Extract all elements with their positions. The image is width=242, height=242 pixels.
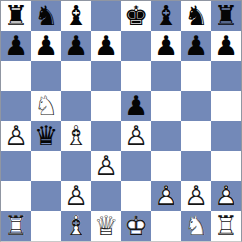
- square-c5[interactable]: [61, 91, 91, 121]
- square-g8[interactable]: ♞: [181, 1, 211, 31]
- square-a4[interactable]: ♟♙: [1, 121, 31, 151]
- square-c8[interactable]: ♝: [61, 1, 91, 31]
- square-f1[interactable]: [151, 211, 181, 241]
- square-f5[interactable]: [151, 91, 181, 121]
- square-c6[interactable]: [61, 61, 91, 91]
- white-piece-outline-glyph: ♙: [121, 121, 151, 151]
- white-piece-outline-glyph: ♗: [61, 121, 91, 151]
- square-a5[interactable]: [1, 91, 31, 121]
- piece-white-pawn-d3[interactable]: ♟♙: [91, 151, 121, 181]
- black-piece-glyph: ♟: [1, 31, 31, 61]
- square-g2[interactable]: ♟♙: [181, 181, 211, 211]
- square-f8[interactable]: ♝: [151, 1, 181, 31]
- black-piece-glyph: ♟: [151, 31, 181, 61]
- square-e6[interactable]: [121, 61, 151, 91]
- piece-white-pawn-a4[interactable]: ♟♙: [1, 121, 31, 151]
- piece-white-pawn-c2[interactable]: ♟♙: [61, 181, 91, 211]
- piece-white-rook-a1[interactable]: ♜♖: [1, 211, 31, 241]
- square-c4[interactable]: ♝♗: [61, 121, 91, 151]
- piece-black-knight-b8[interactable]: ♞: [31, 1, 61, 31]
- white-piece-outline-glyph: ♖: [1, 211, 31, 241]
- square-f2[interactable]: ♟♙: [151, 181, 181, 211]
- white-piece-outline-glyph: ♙: [91, 151, 121, 181]
- white-piece-outline-glyph: ♙: [61, 181, 91, 211]
- piece-black-queen-b4[interactable]: ♛: [31, 121, 61, 151]
- piece-white-pawn-e4[interactable]: ♟♙: [121, 121, 151, 151]
- square-e4[interactable]: ♟♙: [121, 121, 151, 151]
- white-piece-outline-glyph: ♘: [181, 211, 211, 241]
- black-piece-glyph: ♜: [211, 1, 241, 31]
- square-g6[interactable]: [181, 61, 211, 91]
- square-b3[interactable]: [31, 151, 61, 181]
- square-c1[interactable]: ♝♗: [61, 211, 91, 241]
- square-e2[interactable]: [121, 181, 151, 211]
- piece-black-pawn-a7[interactable]: ♟: [1, 31, 31, 61]
- piece-white-pawn-h2[interactable]: ♟♙: [211, 181, 241, 211]
- square-h8[interactable]: ♜: [211, 1, 241, 31]
- piece-white-bishop-c1[interactable]: ♝♗: [61, 211, 91, 241]
- square-b5[interactable]: ♞♘: [31, 91, 61, 121]
- square-d1[interactable]: ♛♕: [91, 211, 121, 241]
- square-b6[interactable]: [31, 61, 61, 91]
- white-piece-outline-glyph: ♖: [211, 211, 241, 241]
- square-b1[interactable]: [31, 211, 61, 241]
- square-e1[interactable]: ♚♔: [121, 211, 151, 241]
- square-a2[interactable]: [1, 181, 31, 211]
- piece-black-king-e8[interactable]: ♚: [121, 1, 151, 31]
- chess-board: ♜♞♝♚♝♞♜♟♟♟♟♟♟♟♞♘♟♟♙♛♝♗♟♙♟♙♟♙♟♙♟♙♟♙♜♖♝♗♛♕…: [0, 0, 242, 242]
- square-b7[interactable]: ♟: [31, 31, 61, 61]
- square-e8[interactable]: ♚: [121, 1, 151, 31]
- white-piece-outline-glyph: ♙: [151, 181, 181, 211]
- square-e7[interactable]: [121, 31, 151, 61]
- black-piece-glyph: ♟: [211, 31, 241, 61]
- square-d6[interactable]: [91, 61, 121, 91]
- black-piece-glyph: ♟: [181, 31, 211, 61]
- square-g1[interactable]: ♞♘: [181, 211, 211, 241]
- piece-black-pawn-g7[interactable]: ♟: [181, 31, 211, 61]
- square-h4[interactable]: [211, 121, 241, 151]
- square-e3[interactable]: [121, 151, 151, 181]
- piece-white-rook-h1[interactable]: ♜♖: [211, 211, 241, 241]
- piece-white-pawn-f2[interactable]: ♟♙: [151, 181, 181, 211]
- black-piece-glyph: ♟: [61, 31, 91, 61]
- piece-white-bishop-c4[interactable]: ♝♗: [61, 121, 91, 151]
- square-d2[interactable]: [91, 181, 121, 211]
- square-b2[interactable]: [31, 181, 61, 211]
- square-a7[interactable]: ♟: [1, 31, 31, 61]
- black-piece-glyph: ♟: [121, 91, 151, 121]
- square-c3[interactable]: [61, 151, 91, 181]
- black-piece-glyph: ♝: [61, 1, 91, 31]
- piece-white-knight-g1[interactable]: ♞♘: [181, 211, 211, 241]
- black-piece-glyph: ♛: [31, 121, 61, 151]
- square-a8[interactable]: ♜: [1, 1, 31, 31]
- piece-black-pawn-d7[interactable]: ♟: [91, 31, 121, 61]
- square-g3[interactable]: [181, 151, 211, 181]
- square-g7[interactable]: ♟: [181, 31, 211, 61]
- piece-white-king-e1[interactable]: ♚♔: [121, 211, 151, 241]
- square-d5[interactable]: [91, 91, 121, 121]
- white-piece-outline-glyph: ♘: [31, 91, 61, 121]
- square-h1[interactable]: ♜♖: [211, 211, 241, 241]
- black-piece-glyph: ♞: [31, 1, 61, 31]
- black-piece-glyph: ♞: [181, 1, 211, 31]
- square-h6[interactable]: [211, 61, 241, 91]
- square-e5[interactable]: ♟: [121, 91, 151, 121]
- white-piece-outline-glyph: ♕: [91, 211, 121, 241]
- square-f6[interactable]: [151, 61, 181, 91]
- black-piece-glyph: ♟: [91, 31, 121, 61]
- piece-black-pawn-f7[interactable]: ♟: [151, 31, 181, 61]
- square-h7[interactable]: ♟: [211, 31, 241, 61]
- square-h3[interactable]: [211, 151, 241, 181]
- piece-black-pawn-h7[interactable]: ♟: [211, 31, 241, 61]
- piece-black-bishop-f8[interactable]: ♝: [151, 1, 181, 31]
- square-d3[interactable]: ♟♙: [91, 151, 121, 181]
- square-f3[interactable]: [151, 151, 181, 181]
- white-piece-outline-glyph: ♙: [1, 121, 31, 151]
- white-piece-outline-glyph: ♙: [181, 181, 211, 211]
- piece-white-pawn-g2[interactable]: ♟♙: [181, 181, 211, 211]
- piece-black-rook-a8[interactable]: ♜: [1, 1, 31, 31]
- piece-white-knight-b5[interactable]: ♞♘: [31, 91, 61, 121]
- square-a3[interactable]: [1, 151, 31, 181]
- piece-black-pawn-e5[interactable]: ♟: [121, 91, 151, 121]
- square-g4[interactable]: [181, 121, 211, 151]
- white-piece-outline-glyph: ♔: [121, 211, 151, 241]
- square-h2[interactable]: ♟♙: [211, 181, 241, 211]
- board-grid: ♜♞♝♚♝♞♜♟♟♟♟♟♟♟♞♘♟♟♙♛♝♗♟♙♟♙♟♙♟♙♟♙♟♙♜♖♝♗♛♕…: [0, 0, 242, 242]
- square-g5[interactable]: [181, 91, 211, 121]
- black-piece-glyph: ♟: [31, 31, 61, 61]
- square-b4[interactable]: ♛: [31, 121, 61, 151]
- square-a1[interactable]: ♜♖: [1, 211, 31, 241]
- black-piece-glyph: ♚: [121, 1, 151, 31]
- square-f4[interactable]: [151, 121, 181, 151]
- square-d8[interactable]: [91, 1, 121, 31]
- square-d7[interactable]: ♟: [91, 31, 121, 61]
- square-d4[interactable]: [91, 121, 121, 151]
- black-piece-glyph: ♝: [151, 1, 181, 31]
- piece-black-rook-h8[interactable]: ♜: [211, 1, 241, 31]
- black-piece-glyph: ♜: [1, 1, 31, 31]
- white-piece-outline-glyph: ♙: [211, 181, 241, 211]
- square-c2[interactable]: ♟♙: [61, 181, 91, 211]
- piece-black-pawn-c7[interactable]: ♟: [61, 31, 91, 61]
- square-b8[interactable]: ♞: [31, 1, 61, 31]
- piece-black-knight-g8[interactable]: ♞: [181, 1, 211, 31]
- white-piece-outline-glyph: ♗: [61, 211, 91, 241]
- piece-black-pawn-b7[interactable]: ♟: [31, 31, 61, 61]
- piece-white-queen-d1[interactable]: ♛♕: [91, 211, 121, 241]
- square-f7[interactable]: ♟: [151, 31, 181, 61]
- piece-black-bishop-c8[interactable]: ♝: [61, 1, 91, 31]
- square-c7[interactable]: ♟: [61, 31, 91, 61]
- square-a6[interactable]: [1, 61, 31, 91]
- square-h5[interactable]: [211, 91, 241, 121]
